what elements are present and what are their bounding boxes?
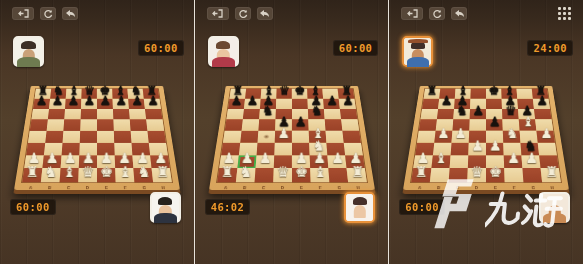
white-pawn[interactable]: ♟: [132, 152, 153, 166]
square-h7[interactable]: ♟: [144, 99, 161, 109]
square-g7[interactable]: [517, 99, 534, 109]
square-e6[interactable]: [97, 109, 113, 120]
square-d6[interactable]: [275, 109, 291, 120]
black-knight[interactable]: ♞: [49, 85, 67, 97]
black-pawn[interactable]: ♟: [273, 116, 292, 129]
refresh-button[interactable]: [429, 7, 445, 20]
square-h4[interactable]: ♟: [537, 131, 556, 143]
square-h8[interactable]: ♜: [143, 89, 160, 99]
square-f5[interactable]: [113, 120, 130, 131]
white-pawn[interactable]: ♟: [59, 152, 80, 166]
square-d4[interactable]: ♟: [274, 131, 291, 143]
square-f8[interactable]: ♝: [501, 89, 517, 99]
square-b6[interactable]: [242, 109, 259, 120]
square-c2[interactable]: ♟: [60, 155, 79, 168]
square-d7[interactable]: [470, 99, 486, 109]
white-pawn[interactable]: ♟: [412, 152, 433, 166]
square-g4[interactable]: [520, 131, 538, 143]
square-f7[interactable]: ♟: [502, 99, 518, 109]
square-e7[interactable]: [486, 99, 502, 109]
square-b5[interactable]: [46, 120, 64, 131]
square-a5[interactable]: [419, 120, 437, 131]
white-queen[interactable]: ♛: [77, 165, 99, 180]
white-bishop[interactable]: ♝: [307, 127, 327, 141]
square-f4[interactable]: ♞: [503, 131, 521, 143]
logout-button[interactable]: [401, 7, 423, 20]
square-e6[interactable]: [486, 109, 502, 120]
refresh-button[interactable]: [235, 7, 251, 20]
square-c1[interactable]: ♝: [59, 168, 78, 182]
white-pawn[interactable]: ♟: [77, 152, 98, 166]
square-g2[interactable]: ♟: [522, 155, 541, 168]
square-f7[interactable]: ♟: [307, 99, 323, 109]
square-f1[interactable]: ♝: [310, 168, 329, 182]
square-f4[interactable]: [114, 131, 132, 143]
square-d6[interactable]: ♟: [470, 109, 486, 120]
white-knight[interactable]: ♞: [502, 127, 522, 141]
square-c7[interactable]: ♟: [65, 99, 81, 109]
chess-board: ♜♝♚♝♜♟♟♟♟♞♟♛♟♟♝♟♟♞♟♟♟♞♟♝♟♟♜♛♚♜ABCDEFGH: [403, 50, 569, 190]
square-d1[interactable]: ♛: [467, 168, 486, 182]
undo-button[interactable]: [62, 7, 78, 20]
black-pawn[interactable]: ♟: [453, 95, 471, 108]
square-e7[interactable]: [292, 99, 308, 109]
square-g8[interactable]: [517, 89, 533, 99]
square-h6[interactable]: [339, 109, 357, 120]
black-pawn[interactable]: ♟: [518, 105, 537, 118]
black-pawn[interactable]: ♟: [227, 95, 245, 108]
black-rook[interactable]: ♜: [33, 85, 51, 97]
square-g3[interactable]: [326, 143, 345, 155]
square-f7[interactable]: ♟: [112, 99, 128, 109]
black-knight[interactable]: ♞: [520, 139, 540, 153]
square-h6[interactable]: [145, 109, 163, 120]
white-pawn[interactable]: ♟: [290, 152, 311, 166]
square-f2[interactable]: ♟: [504, 155, 523, 168]
square-c2[interactable]: [450, 155, 469, 168]
square-e1[interactable]: ♚: [486, 168, 505, 182]
square-h1[interactable]: ♜: [346, 168, 366, 182]
square-c5[interactable]: [63, 120, 80, 131]
square-f4[interactable]: ♝: [308, 131, 326, 143]
black-pawn[interactable]: ♟: [64, 95, 82, 108]
square-c1[interactable]: [254, 168, 273, 182]
square-e3[interactable]: [292, 143, 310, 155]
square-e6[interactable]: [292, 109, 308, 120]
black-pawn[interactable]: ♟: [143, 95, 161, 108]
white-bishop[interactable]: ♝: [58, 165, 80, 180]
square-h7[interactable]: ♟: [533, 99, 550, 109]
square-a7[interactable]: ♟: [228, 99, 245, 109]
white-queen[interactable]: ♛: [466, 165, 488, 180]
square-a2[interactable]: ♟: [413, 155, 433, 168]
white-pawn[interactable]: ♟: [273, 127, 293, 141]
white-knight[interactable]: ♞: [133, 165, 155, 180]
white-bishop[interactable]: ♝: [430, 152, 451, 166]
black-bishop[interactable]: ♝: [259, 85, 277, 97]
square-g6[interactable]: [129, 109, 146, 120]
square-g2[interactable]: ♟: [327, 155, 346, 168]
square-h8[interactable]: ♜: [337, 89, 354, 99]
square-a8[interactable]: ♜: [34, 89, 51, 99]
square-c5[interactable]: [258, 120, 275, 131]
black-pawn[interactable]: ♟: [322, 95, 340, 108]
square-g5[interactable]: ♝: [519, 120, 537, 131]
white-pawn[interactable]: ♟: [236, 152, 257, 166]
white-knight[interactable]: ♞: [234, 165, 256, 180]
square-g1[interactable]: ♞: [133, 168, 153, 182]
square-g3[interactable]: [131, 143, 150, 155]
square-c3[interactable]: [451, 143, 469, 155]
square-f5[interactable]: [503, 120, 520, 131]
square-g8[interactable]: ♞: [127, 89, 143, 99]
black-pawn[interactable]: ♟: [127, 95, 145, 108]
white-pawn[interactable]: ♟: [521, 152, 542, 166]
square-g7[interactable]: ♟: [128, 99, 145, 109]
square-c4[interactable]: [62, 131, 80, 143]
square-b3[interactable]: [238, 143, 257, 155]
black-rook[interactable]: ♜: [423, 85, 441, 97]
square-f2[interactable]: ♟: [309, 155, 328, 168]
black-pawn[interactable]: ♟: [469, 105, 488, 118]
square-e3[interactable]: [97, 143, 115, 155]
square-g5[interactable]: [130, 120, 148, 131]
square-d5[interactable]: [80, 120, 97, 131]
undo-button[interactable]: [451, 7, 467, 20]
square-e5[interactable]: ♟: [292, 120, 309, 131]
square-h4[interactable]: [147, 131, 166, 143]
black-bishop[interactable]: ♝: [454, 85, 472, 97]
white-bishop[interactable]: ♝: [518, 116, 537, 129]
square-h4[interactable]: [342, 131, 361, 143]
logout-button[interactable]: [207, 7, 229, 20]
square-e4[interactable]: [97, 131, 114, 143]
square-c6[interactable]: ♞: [259, 109, 276, 120]
square-h7[interactable]: ♟: [338, 99, 355, 109]
square-e8[interactable]: ♚: [292, 89, 308, 99]
square-g3[interactable]: ♞: [521, 143, 540, 155]
refresh-button[interactable]: [40, 7, 56, 20]
square-e1[interactable]: ♚: [97, 168, 116, 182]
black-pawn[interactable]: ♟: [338, 95, 356, 108]
square-e5[interactable]: ♟: [486, 120, 503, 131]
black-pawn[interactable]: ♟: [290, 116, 309, 129]
square-d8[interactable]: [471, 89, 487, 99]
black-pawn[interactable]: ♟: [258, 95, 276, 108]
square-c2[interactable]: ♟: [255, 155, 274, 168]
square-a7[interactable]: ♟: [33, 99, 50, 109]
square-c8[interactable]: ♝: [66, 89, 82, 99]
white-pawn[interactable]: ♟: [95, 152, 116, 166]
square-c8[interactable]: ♝: [455, 89, 471, 99]
white-bishop[interactable]: ♝: [114, 165, 136, 180]
black-queen[interactable]: ♛: [275, 85, 293, 97]
square-b4[interactable]: [240, 131, 258, 143]
square-a4[interactable]: [223, 131, 242, 143]
square-e8[interactable]: ♚: [486, 89, 502, 99]
square-f3[interactable]: [114, 143, 132, 155]
square-b1[interactable]: ♞: [41, 168, 61, 182]
white-knight[interactable]: ♞: [39, 165, 61, 180]
square-d5[interactable]: [469, 120, 486, 131]
square-b2[interactable]: ♝: [432, 155, 451, 168]
square-d2[interactable]: [468, 155, 486, 168]
square-d2[interactable]: [273, 155, 291, 168]
square-a6[interactable]: [226, 109, 244, 120]
square-a1[interactable]: ♜: [217, 168, 237, 182]
black-king[interactable]: ♚: [290, 85, 308, 97]
square-g4[interactable]: [325, 131, 343, 143]
square-h5[interactable]: [341, 120, 359, 131]
square-h3[interactable]: [149, 143, 168, 155]
square-f5[interactable]: [308, 120, 325, 131]
square-a3[interactable]: [415, 143, 434, 155]
square-d1[interactable]: ♛: [78, 168, 97, 182]
square-b3[interactable]: [44, 143, 63, 155]
square-c6[interactable]: ♞: [453, 109, 470, 120]
square-f6[interactable]: [113, 109, 130, 120]
square-f3[interactable]: [503, 143, 521, 155]
refresh-icon: [238, 9, 248, 19]
square-d4[interactable]: [469, 131, 486, 143]
square-c3[interactable]: [61, 143, 79, 155]
square-g7[interactable]: ♟: [323, 99, 340, 109]
white-pawn[interactable]: ♟: [218, 152, 239, 166]
square-b5[interactable]: [241, 120, 259, 131]
square-b7[interactable]: ♟: [438, 99, 455, 109]
square-d4[interactable]: [80, 131, 97, 143]
square-c7[interactable]: ♟: [260, 99, 276, 109]
square-d1[interactable]: ♛: [273, 168, 292, 182]
square-c1[interactable]: [449, 168, 468, 182]
white-pawn[interactable]: ♟: [433, 127, 453, 141]
square-g1[interactable]: [328, 168, 348, 182]
square-b7[interactable]: ♟: [244, 99, 261, 109]
undo-button[interactable]: [257, 7, 273, 20]
black-knight[interactable]: ♞: [258, 105, 277, 118]
black-knight[interactable]: ♞: [307, 105, 326, 118]
square-h5[interactable]: [535, 120, 553, 131]
black-pawn[interactable]: ♟: [533, 95, 551, 108]
square-b3[interactable]: [433, 143, 452, 155]
square-d5[interactable]: ♟: [275, 120, 292, 131]
square-d3[interactable]: ♟: [468, 143, 486, 155]
white-bishop[interactable]: ♝: [309, 165, 331, 180]
square-b2[interactable]: ♟: [237, 155, 256, 168]
square-h2[interactable]: ♟: [150, 155, 170, 168]
square-a6[interactable]: [31, 109, 49, 120]
black-pawn[interactable]: ♟: [485, 116, 504, 129]
black-pawn[interactable]: ♟: [306, 95, 324, 108]
square-c6[interactable]: [64, 109, 81, 120]
square-b4[interactable]: [45, 131, 63, 143]
black-pawn[interactable]: ♟: [242, 95, 260, 108]
white-pawn[interactable]: ♟: [150, 152, 171, 166]
black-rook[interactable]: ♜: [228, 85, 246, 97]
black-pawn[interactable]: ♟: [111, 95, 129, 108]
black-pawn[interactable]: ♟: [96, 95, 114, 108]
square-h2[interactable]: [539, 155, 559, 168]
square-e2[interactable]: ♟: [97, 155, 115, 168]
apps-grid-button[interactable]: [558, 7, 572, 20]
square-h3[interactable]: [538, 143, 557, 155]
square-a5[interactable]: [30, 120, 48, 131]
white-pawn[interactable]: ♟: [23, 152, 44, 166]
white-rook[interactable]: ♜: [541, 165, 563, 180]
square-c5[interactable]: [453, 120, 470, 131]
square-f6[interactable]: ♛: [502, 109, 519, 120]
square-b8[interactable]: [439, 89, 455, 99]
white-king[interactable]: ♚: [95, 165, 117, 180]
square-e8[interactable]: ♚: [97, 89, 113, 99]
white-pawn[interactable]: ♟: [536, 127, 556, 141]
square-h2[interactable]: ♟: [345, 155, 365, 168]
square-c7[interactable]: ♟: [454, 99, 470, 109]
file-label-e: E: [489, 186, 503, 190]
white-pawn[interactable]: ♟: [41, 152, 62, 166]
black-pawn[interactable]: ♟: [437, 95, 455, 108]
square-f8[interactable]: ♝: [112, 89, 128, 99]
square-d8[interactable]: ♛: [81, 89, 97, 99]
square-f1[interactable]: ♝: [115, 168, 134, 182]
black-queen[interactable]: ♛: [501, 105, 520, 118]
square-a8[interactable]: ♜: [229, 89, 246, 99]
black-pawn[interactable]: ♟: [32, 95, 50, 108]
square-a8[interactable]: ♜: [424, 89, 441, 99]
square-a5[interactable]: [224, 120, 242, 131]
black-bishop[interactable]: ♝: [65, 85, 83, 97]
logout-button[interactable]: [12, 7, 34, 20]
square-d3[interactable]: [274, 143, 292, 155]
square-e4[interactable]: [292, 131, 309, 143]
square-g6[interactable]: [323, 109, 340, 120]
white-pawn[interactable]: ♟: [467, 139, 487, 153]
square-h3[interactable]: [343, 143, 362, 155]
square-e5[interactable]: [97, 120, 114, 131]
square-b8[interactable]: ♞: [50, 89, 66, 99]
black-rook[interactable]: ♜: [142, 85, 160, 97]
square-c3[interactable]: [256, 143, 274, 155]
black-bishop[interactable]: ♝: [306, 85, 324, 97]
square-b7[interactable]: ♟: [49, 99, 66, 109]
square-d7[interactable]: [276, 99, 292, 109]
square-a1[interactable]: ♜: [22, 168, 42, 182]
square-h1[interactable]: ♜: [151, 168, 171, 182]
white-rook[interactable]: ♜: [410, 165, 432, 180]
white-rook[interactable]: ♜: [21, 165, 43, 180]
square-b5[interactable]: [436, 120, 454, 131]
black-knight[interactable]: ♞: [127, 85, 145, 97]
white-rook[interactable]: ♜: [216, 165, 238, 180]
square-e2[interactable]: [486, 155, 504, 168]
square-b8[interactable]: [245, 89, 261, 99]
square-f8[interactable]: ♝: [307, 89, 323, 99]
white-pawn[interactable]: ♟: [485, 139, 505, 153]
square-f3[interactable]: ♞: [309, 143, 327, 155]
square-a4[interactable]: [28, 131, 47, 143]
square-b6[interactable]: [437, 109, 454, 120]
square-a2[interactable]: ♟: [24, 155, 44, 168]
square-b1[interactable]: [430, 168, 450, 182]
square-a1[interactable]: ♜: [411, 168, 431, 182]
square-d2[interactable]: ♟: [79, 155, 97, 168]
square-c4[interactable]: ♟: [452, 131, 470, 143]
white-pawn[interactable]: ♟: [254, 152, 275, 166]
white-king[interactable]: ♚: [485, 165, 507, 180]
white-pawn[interactable]: ♟: [308, 152, 329, 166]
square-f6[interactable]: ♞: [307, 109, 324, 120]
square-b4[interactable]: ♟: [434, 131, 452, 143]
file-label-h: H: [350, 186, 365, 190]
square-b2[interactable]: ♟: [42, 155, 61, 168]
square-g2[interactable]: ♟: [132, 155, 151, 168]
square-d6[interactable]: [80, 109, 96, 120]
square-e3[interactable]: ♟: [486, 143, 504, 155]
square-a6[interactable]: [421, 109, 439, 120]
white-king[interactable]: ♚: [290, 165, 312, 180]
white-pawn[interactable]: ♟: [503, 152, 524, 166]
square-e1[interactable]: ♚: [292, 168, 311, 182]
square-c4[interactable]: [257, 131, 275, 143]
square-h8[interactable]: ♜: [532, 89, 549, 99]
square-e4[interactable]: [486, 131, 503, 143]
black-bishop[interactable]: ♝: [500, 85, 518, 97]
square-h1[interactable]: ♜: [541, 168, 561, 182]
square-d3[interactable]: [79, 143, 97, 155]
square-g5[interactable]: [324, 120, 342, 131]
square-h5[interactable]: [146, 120, 164, 131]
square-a3[interactable]: [26, 143, 45, 155]
black-king[interactable]: ♚: [485, 85, 503, 97]
white-queen[interactable]: ♛: [271, 165, 293, 180]
white-rook[interactable]: ♜: [151, 165, 173, 180]
black-knight[interactable]: ♞: [452, 105, 471, 118]
black-queen[interactable]: ♛: [80, 85, 98, 97]
square-h6[interactable]: [534, 109, 552, 120]
square-d8[interactable]: ♛: [276, 89, 292, 99]
square-a3[interactable]: [221, 143, 240, 155]
black-pawn[interactable]: ♟: [48, 95, 66, 108]
black-pawn[interactable]: ♟: [501, 95, 519, 108]
square-d7[interactable]: ♟: [81, 99, 97, 109]
white-rook[interactable]: ♜: [346, 165, 368, 180]
square-f1[interactable]: [504, 168, 523, 182]
square-b6[interactable]: [48, 109, 65, 120]
square-g1[interactable]: [523, 168, 543, 182]
square-c8[interactable]: ♝: [260, 89, 276, 99]
square-a2[interactable]: ♟: [219, 155, 239, 168]
square-a7[interactable]: [422, 99, 439, 109]
white-pawn[interactable]: ♟: [344, 152, 365, 166]
square-g8[interactable]: [322, 89, 338, 99]
black-bishop[interactable]: ♝: [111, 85, 129, 97]
black-rook[interactable]: ♜: [532, 85, 550, 97]
white-pawn[interactable]: ♟: [326, 152, 347, 166]
square-a4[interactable]: [417, 131, 436, 143]
square-e7[interactable]: ♟: [97, 99, 113, 109]
square-f2[interactable]: ♟: [115, 155, 134, 168]
white-pawn[interactable]: ♟: [114, 152, 135, 166]
black-king[interactable]: ♚: [96, 85, 114, 97]
white-knight[interactable]: ♞: [308, 139, 328, 153]
square-e2[interactable]: ♟: [292, 155, 310, 168]
square-g6[interactable]: ♟: [518, 109, 535, 120]
square-g4[interactable]: [130, 131, 148, 143]
black-pawn[interactable]: ♟: [80, 95, 98, 108]
white-pawn[interactable]: ♟: [450, 127, 470, 141]
square-b1[interactable]: ♞: [235, 168, 255, 182]
black-rook[interactable]: ♜: [337, 85, 355, 97]
